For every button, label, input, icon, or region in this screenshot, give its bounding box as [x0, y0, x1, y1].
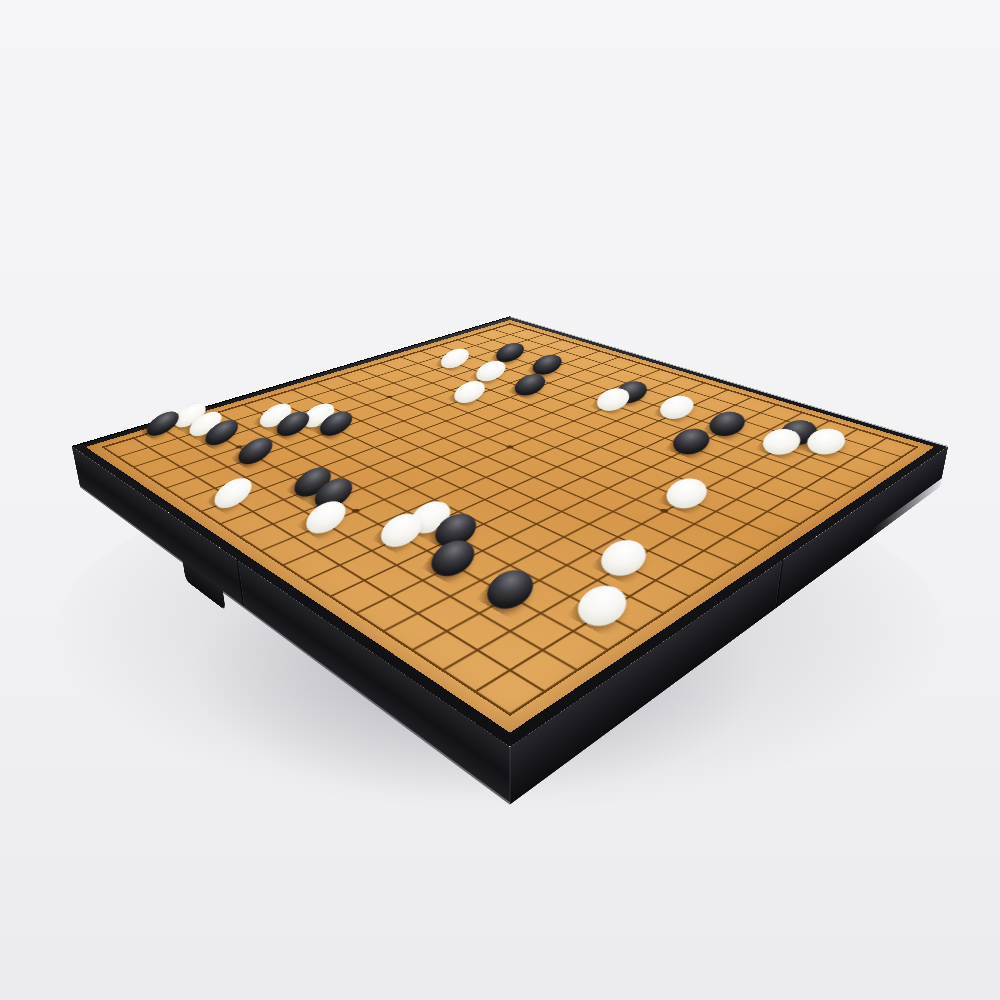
- stone-white: [654, 392, 700, 422]
- stone-black: [141, 408, 185, 440]
- star-point: [350, 508, 361, 513]
- perspective-space: [0, 0, 1000, 1000]
- stone-black: [478, 563, 543, 615]
- stone-white: [298, 496, 353, 539]
- stone-white: [207, 473, 259, 513]
- stone-black: [232, 434, 280, 469]
- stone-black: [703, 408, 752, 440]
- stone-black: [508, 371, 551, 399]
- stone-white: [569, 579, 637, 634]
- go-set: [72, 316, 949, 747]
- go-grid: [101, 323, 919, 716]
- star-point: [659, 508, 670, 513]
- stone-white: [658, 473, 714, 513]
- fold-seam-right: [776, 559, 784, 608]
- star-point: [505, 445, 515, 449]
- stone-white: [593, 534, 656, 582]
- fold-seam-left: [236, 559, 244, 606]
- stone-black: [423, 534, 484, 582]
- stone-white: [435, 346, 474, 371]
- clasp-tab: [182, 561, 225, 611]
- product-photo-scene: [0, 0, 1000, 1000]
- star-point: [385, 395, 394, 398]
- stone-white: [448, 378, 491, 407]
- go-board-wood-surface: [86, 320, 935, 733]
- frame-top-rim: [72, 316, 949, 747]
- stone-black: [666, 425, 716, 459]
